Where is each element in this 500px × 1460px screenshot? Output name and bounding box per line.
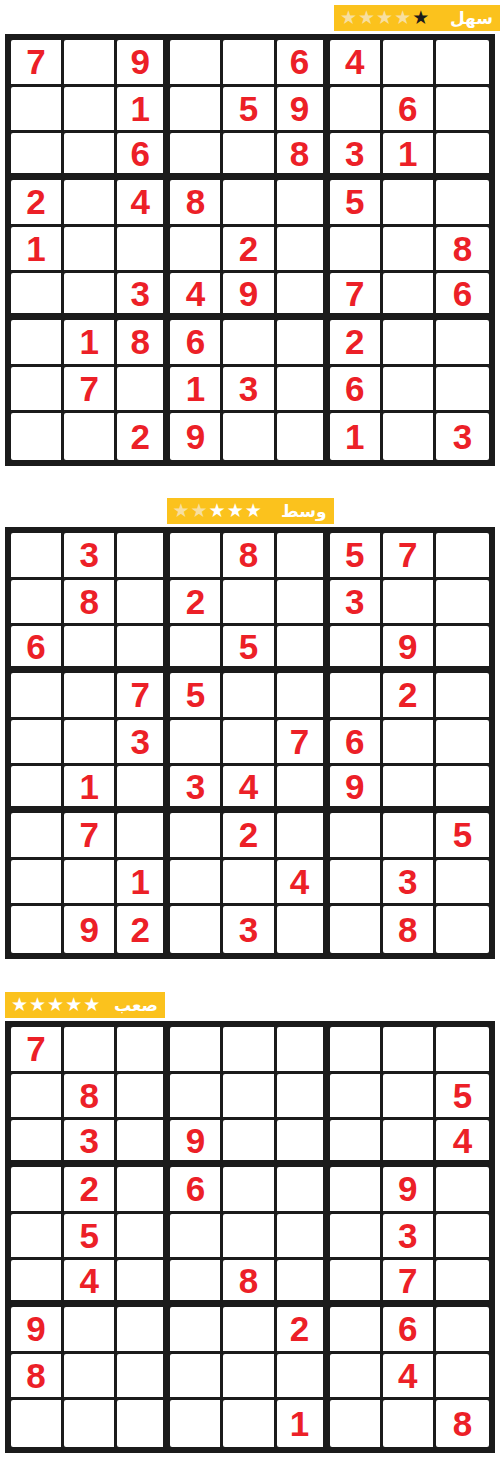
cell-r2c1[interactable]	[11, 580, 64, 627]
cell-r4c3[interactable]	[117, 1167, 170, 1214]
cell-r1c4[interactable]	[170, 1027, 223, 1074]
cell-r2c6[interactable]	[277, 580, 330, 627]
cell-r4c4: 5	[170, 673, 223, 720]
given-digit: 7	[131, 677, 150, 712]
cell-r2c1[interactable]	[11, 87, 64, 134]
cell-r2c4: 2	[170, 580, 223, 627]
cell-r5c4[interactable]	[170, 227, 223, 274]
given-digit: 9	[26, 1311, 45, 1346]
cell-r8c2[interactable]	[64, 860, 117, 907]
cell-r5c2[interactable]	[64, 720, 117, 767]
cell-r3c5[interactable]	[223, 1120, 276, 1167]
star-icon: ★	[376, 8, 393, 27]
given-digit: 5	[186, 677, 205, 712]
cell-r9c7[interactable]	[330, 906, 383, 953]
cell-r9c3: 2	[117, 413, 170, 460]
cell-r5c9: 8	[436, 227, 489, 274]
given-digit: 3	[398, 864, 417, 899]
cell-r3c4: 9	[170, 1120, 223, 1167]
cell-r8c4: 1	[170, 367, 223, 414]
cell-r8c7: 6	[330, 367, 383, 414]
given-digit: 2	[186, 584, 205, 619]
cell-r7c2[interactable]	[64, 1307, 117, 1354]
star-icon: ★	[47, 995, 64, 1014]
given-digit: 2	[398, 677, 417, 712]
cell-r9c9[interactable]	[436, 906, 489, 953]
given-digit: 9	[239, 276, 258, 311]
cell-r8c1[interactable]	[11, 367, 64, 414]
cell-r8c7[interactable]	[330, 860, 383, 907]
cell-r6c1[interactable]	[11, 273, 64, 320]
cell-r4c6[interactable]	[277, 673, 330, 720]
banner-row-easy: ★★★★★ سهل	[0, 5, 500, 31]
cell-r7c8[interactable]	[383, 320, 436, 367]
given-digit: 2	[26, 184, 45, 219]
cell-r1c3[interactable]	[117, 1027, 170, 1074]
cell-r9c6[interactable]	[277, 906, 330, 953]
cell-r9c1[interactable]	[11, 906, 64, 953]
cell-r3c7[interactable]	[330, 626, 383, 673]
cell-r6c9[interactable]	[436, 766, 489, 813]
cell-r5c5[interactable]	[223, 720, 276, 767]
cell-r2c2[interactable]	[64, 87, 117, 134]
cell-r4c6[interactable]	[277, 1167, 330, 1214]
cell-r3c6: 8	[277, 133, 330, 180]
sudoku-grid-hard: 785394269534879268418	[5, 1021, 495, 1453]
given-digit: 3	[345, 584, 364, 619]
cell-r9c9: 3	[436, 413, 489, 460]
cell-r9c8: 8	[383, 906, 436, 953]
cell-r4c5[interactable]	[223, 1167, 276, 1214]
cell-r9c8[interactable]	[383, 1400, 436, 1447]
cell-r3c1[interactable]	[11, 133, 64, 180]
cell-r7c9[interactable]	[436, 1307, 489, 1354]
given-digit: 8	[186, 184, 205, 219]
cell-r9c7: 1	[330, 413, 383, 460]
cell-r7c6[interactable]	[277, 813, 330, 860]
cell-r3c8[interactable]	[383, 1120, 436, 1167]
given-digit: 8	[131, 324, 150, 359]
cell-r4c1[interactable]	[11, 673, 64, 720]
cell-r8c3[interactable]	[117, 367, 170, 414]
given-digit: 2	[131, 419, 150, 454]
given-digit: 6	[398, 91, 417, 126]
cell-r6c6[interactable]	[277, 766, 330, 813]
cell-r5c7: 6	[330, 720, 383, 767]
cell-r2c5[interactable]	[223, 580, 276, 627]
cell-r1c7: 5	[330, 533, 383, 580]
cell-r8c5[interactable]	[223, 1354, 276, 1401]
cell-r3c3: 6	[117, 133, 170, 180]
given-digit: 3	[131, 724, 150, 759]
difficulty-banner-hard: ★★★★★ صعب	[5, 992, 165, 1018]
given-digit: 3	[186, 769, 205, 804]
given-digit: 9	[290, 91, 309, 126]
cell-r5c7[interactable]	[330, 1214, 383, 1261]
cell-r2c3[interactable]	[117, 580, 170, 627]
cell-r9c4[interactable]	[170, 906, 223, 953]
difficulty-stars-medium: ★★★★★	[173, 502, 262, 521]
cell-r2c9: 5	[436, 1074, 489, 1121]
given-digit: 7	[290, 724, 309, 759]
cell-r8c5: 3	[223, 367, 276, 414]
cell-r3c1[interactable]	[11, 1120, 64, 1167]
star-icon: ★	[11, 995, 28, 1014]
cell-r7c8[interactable]	[383, 813, 436, 860]
section-gap	[0, 959, 500, 992]
cell-r4c7[interactable]	[330, 1167, 383, 1214]
given-digit: 1	[290, 1406, 309, 1441]
cell-r9c1[interactable]	[11, 413, 64, 460]
star-icon: ★	[29, 995, 46, 1014]
cell-r9c3[interactable]	[117, 1400, 170, 1447]
cell-r1c9[interactable]	[436, 40, 489, 87]
cell-r2c7[interactable]	[330, 87, 383, 134]
cell-r4c6[interactable]	[277, 180, 330, 227]
puzzle-hard: ★★★★★ صعب 785394269534879268418	[0, 992, 500, 1453]
cell-r6c9: 6	[436, 273, 489, 320]
cell-r4c3: 7	[117, 673, 170, 720]
cell-r3c5: 5	[223, 626, 276, 673]
cell-r9c7[interactable]	[330, 1400, 383, 1447]
cell-r5c5[interactable]	[223, 1214, 276, 1261]
cell-r5c3[interactable]	[117, 227, 170, 274]
given-digit: 3	[79, 537, 98, 572]
cell-r8c8: 3	[383, 860, 436, 907]
cell-r2c4[interactable]	[170, 1074, 223, 1121]
cell-r5c8: 3	[383, 1214, 436, 1261]
cell-r7c4[interactable]	[170, 813, 223, 860]
cell-r2c9[interactable]	[436, 87, 489, 134]
cell-r6c4[interactable]	[170, 1260, 223, 1307]
cell-r1c6[interactable]	[277, 533, 330, 580]
given-digit: 6	[398, 1311, 417, 1346]
given-digit: 9	[79, 912, 98, 947]
star-icon: ★	[412, 8, 429, 27]
given-digit: 4	[398, 1358, 417, 1393]
given-digit: 3	[345, 136, 364, 171]
cell-r9c5[interactable]	[223, 413, 276, 460]
cell-r3c3[interactable]	[117, 1120, 170, 1167]
cell-r9c5: 3	[223, 906, 276, 953]
cell-r7c2: 1	[64, 320, 117, 367]
difficulty-stars-hard: ★★★★★	[11, 996, 100, 1015]
cell-r7c1[interactable]	[11, 813, 64, 860]
cell-r6c5: 4	[223, 766, 276, 813]
cell-r3c4[interactable]	[170, 626, 223, 673]
star-icon: ★	[209, 501, 226, 520]
cell-r1c1: 7	[11, 40, 64, 87]
cell-r6c4: 4	[170, 273, 223, 320]
cell-r9c4[interactable]	[170, 1400, 223, 1447]
cell-r6c7[interactable]	[330, 1260, 383, 1307]
cell-r3c2[interactable]	[64, 133, 117, 180]
given-digit: 8	[453, 1406, 472, 1441]
cell-r8c9[interactable]	[436, 860, 489, 907]
given-digit: 6	[345, 724, 364, 759]
cell-r3c2: 3	[64, 1120, 117, 1167]
difficulty-label-easy: سهل	[450, 10, 493, 27]
cell-r1c9[interactable]	[436, 533, 489, 580]
cell-r8c9[interactable]	[436, 367, 489, 414]
given-digit: 9	[131, 44, 150, 79]
given-digit: 5	[345, 184, 364, 219]
cell-r9c5[interactable]	[223, 1400, 276, 1447]
given-digit: 3	[239, 371, 258, 406]
cell-r8c6[interactable]	[277, 1354, 330, 1401]
cell-r1c8[interactable]	[383, 40, 436, 87]
cell-r6c1[interactable]	[11, 1260, 64, 1307]
given-digit: 5	[239, 629, 258, 664]
cell-r7c3[interactable]	[117, 1307, 170, 1354]
cell-r7c5[interactable]	[223, 320, 276, 367]
cell-r6c6[interactable]	[277, 1260, 330, 1307]
star-icon: ★	[394, 8, 411, 27]
cell-r8c1[interactable]	[11, 860, 64, 907]
given-digit: 9	[398, 1171, 417, 1206]
cell-r1c5[interactable]	[223, 40, 276, 87]
given-digit: 5	[453, 817, 472, 852]
cell-r4c8: 2	[383, 673, 436, 720]
cell-r3c6[interactable]	[277, 1120, 330, 1167]
given-digit: 8	[453, 231, 472, 266]
cell-r7c5: 2	[223, 813, 276, 860]
cell-r2c8[interactable]	[383, 580, 436, 627]
cell-r6c9[interactable]	[436, 1260, 489, 1307]
cell-r4c5[interactable]	[223, 180, 276, 227]
given-digit: 2	[345, 324, 364, 359]
cell-r8c2[interactable]	[64, 1354, 117, 1401]
banner-row-medium: ★★★★★ وسط	[0, 498, 500, 524]
cell-r5c7[interactable]	[330, 227, 383, 274]
cell-r6c3: 3	[117, 273, 170, 320]
cell-r9c2[interactable]	[64, 1400, 117, 1447]
given-digit: 4	[131, 184, 150, 219]
cell-r8c4[interactable]	[170, 1354, 223, 1401]
cell-r4c2[interactable]	[64, 180, 117, 227]
cell-r5c6: 7	[277, 720, 330, 767]
given-digit: 1	[345, 419, 364, 454]
cell-r1c8[interactable]	[383, 1027, 436, 1074]
cell-r3c9: 4	[436, 1120, 489, 1167]
cell-r8c3[interactable]	[117, 1354, 170, 1401]
cell-r6c2: 1	[64, 766, 117, 813]
cell-r9c2[interactable]	[64, 413, 117, 460]
given-digit: 8	[239, 1263, 258, 1298]
given-digit: 1	[131, 91, 150, 126]
cell-r5c2[interactable]	[64, 227, 117, 274]
cell-r6c3[interactable]	[117, 1260, 170, 1307]
cell-r5c3: 3	[117, 720, 170, 767]
cell-r4c2[interactable]	[64, 673, 117, 720]
cell-r2c7[interactable]	[330, 1074, 383, 1121]
cell-r3c3[interactable]	[117, 626, 170, 673]
cell-r1c4[interactable]	[170, 533, 223, 580]
cell-r9c8[interactable]	[383, 413, 436, 460]
given-digit: 5	[239, 91, 258, 126]
cell-r6c6[interactable]	[277, 273, 330, 320]
cell-r1c5[interactable]	[223, 1027, 276, 1074]
cell-r2c3[interactable]	[117, 1074, 170, 1121]
given-digit: 8	[79, 584, 98, 619]
cell-r7c1[interactable]	[11, 320, 64, 367]
cell-r5c4[interactable]	[170, 1214, 223, 1261]
given-digit: 1	[186, 371, 205, 406]
given-digit: 7	[345, 276, 364, 311]
cell-r7c3: 8	[117, 320, 170, 367]
cell-r4c1[interactable]	[11, 1167, 64, 1214]
cell-r7c9[interactable]	[436, 320, 489, 367]
cell-r7c7[interactable]	[330, 813, 383, 860]
cell-r3c1: 6	[11, 626, 64, 673]
cell-r7c4[interactable]	[170, 1307, 223, 1354]
cell-r2c9[interactable]	[436, 580, 489, 627]
cell-r4c8[interactable]	[383, 180, 436, 227]
cell-r5c1[interactable]	[11, 720, 64, 767]
cell-r7c2: 7	[64, 813, 117, 860]
cell-r3c9[interactable]	[436, 626, 489, 673]
cell-r7c6[interactable]	[277, 320, 330, 367]
cell-r7c5[interactable]	[223, 1307, 276, 1354]
cell-r3c6[interactable]	[277, 626, 330, 673]
given-digit: 5	[453, 1078, 472, 1113]
given-digit: 6	[290, 44, 309, 79]
cell-r4c9[interactable]	[436, 1167, 489, 1214]
cell-r5c8[interactable]	[383, 227, 436, 274]
cell-r3c9[interactable]	[436, 133, 489, 180]
star-icon: ★	[191, 501, 208, 520]
star-icon: ★	[83, 995, 100, 1014]
given-digit: 7	[398, 1263, 417, 1298]
cell-r9c6[interactable]	[277, 413, 330, 460]
cell-r4c7[interactable]	[330, 673, 383, 720]
cell-r5c6[interactable]	[277, 1214, 330, 1261]
cell-r7c9: 5	[436, 813, 489, 860]
cell-r5c2: 5	[64, 1214, 117, 1261]
cell-r3c4[interactable]	[170, 133, 223, 180]
given-digit: 8	[79, 1078, 98, 1113]
cell-r1c3[interactable]	[117, 533, 170, 580]
given-digit: 1	[398, 136, 417, 171]
cell-r5c6[interactable]	[277, 227, 330, 274]
cell-r5c9[interactable]	[436, 720, 489, 767]
cell-r8c1: 8	[11, 1354, 64, 1401]
cell-r8c5[interactable]	[223, 860, 276, 907]
given-digit: 6	[186, 324, 205, 359]
cell-r1c2[interactable]	[64, 1027, 117, 1074]
cell-r8c8: 4	[383, 1354, 436, 1401]
given-digit: 3	[453, 419, 472, 454]
cell-r3c8: 1	[383, 133, 436, 180]
given-digit: 2	[79, 1171, 98, 1206]
cell-r8c9[interactable]	[436, 1354, 489, 1401]
cell-r4c9[interactable]	[436, 673, 489, 720]
given-digit: 8	[26, 1358, 45, 1393]
given-digit: 9	[186, 419, 205, 454]
given-digit: 8	[290, 136, 309, 171]
cell-r6c4: 3	[170, 766, 223, 813]
given-digit: 9	[186, 1123, 205, 1158]
cell-r6c8: 7	[383, 1260, 436, 1307]
cell-r1c1[interactable]	[11, 533, 64, 580]
given-digit: 1	[26, 231, 45, 266]
cell-r7c6: 2	[277, 1307, 330, 1354]
given-digit: 4	[186, 276, 205, 311]
cell-r6c5: 9	[223, 273, 276, 320]
cell-r2c5[interactable]	[223, 1074, 276, 1121]
given-digit: 8	[398, 912, 417, 947]
cell-r7c7[interactable]	[330, 1307, 383, 1354]
cell-r3c8: 9	[383, 626, 436, 673]
cell-r7c3[interactable]	[117, 813, 170, 860]
cell-r3c5[interactable]	[223, 133, 276, 180]
cell-r1c9[interactable]	[436, 1027, 489, 1074]
cell-r2c1[interactable]	[11, 1074, 64, 1121]
given-digit: 6	[186, 1171, 205, 1206]
cell-r4c9[interactable]	[436, 180, 489, 227]
given-digit: 3	[79, 1123, 98, 1158]
cell-r4c5[interactable]	[223, 673, 276, 720]
given-digit: 4	[345, 44, 364, 79]
cell-r7c8: 6	[383, 1307, 436, 1354]
difficulty-label-hard: صعب	[114, 997, 158, 1014]
cell-r1c7[interactable]	[330, 1027, 383, 1074]
given-digit: 1	[131, 864, 150, 899]
cell-r2c8[interactable]	[383, 1074, 436, 1121]
cell-r6c1[interactable]	[11, 766, 64, 813]
cell-r5c5: 2	[223, 227, 276, 274]
cell-r6c8[interactable]	[383, 766, 436, 813]
cell-r1c6[interactable]	[277, 1027, 330, 1074]
given-digit: 7	[26, 44, 45, 79]
cell-r6c7: 7	[330, 273, 383, 320]
cell-r1c4[interactable]	[170, 40, 223, 87]
cell-r6c2[interactable]	[64, 273, 117, 320]
cell-r9c4: 9	[170, 413, 223, 460]
cell-r3c7[interactable]	[330, 1120, 383, 1167]
cell-r2c6[interactable]	[277, 1074, 330, 1121]
cell-r2c4[interactable]	[170, 87, 223, 134]
cell-r7c4: 6	[170, 320, 223, 367]
cell-r5c4[interactable]	[170, 720, 223, 767]
cell-r2c5: 5	[223, 87, 276, 134]
given-digit: 2	[131, 912, 150, 947]
cell-r8c6[interactable]	[277, 367, 330, 414]
cell-r1c5: 8	[223, 533, 276, 580]
cell-r1c2[interactable]	[64, 40, 117, 87]
cell-r6c8[interactable]	[383, 273, 436, 320]
cell-r5c1[interactable]	[11, 1214, 64, 1261]
cell-r9c1[interactable]	[11, 1400, 64, 1447]
cell-r3c2[interactable]	[64, 626, 117, 673]
given-digit: 5	[79, 1218, 98, 1253]
cell-r1c8: 7	[383, 533, 436, 580]
cell-r5c1: 1	[11, 227, 64, 274]
cell-r8c7[interactable]	[330, 1354, 383, 1401]
star-icon: ★	[65, 995, 82, 1014]
cell-r9c3: 2	[117, 906, 170, 953]
cell-r8c8[interactable]	[383, 367, 436, 414]
cell-r6c7: 9	[330, 766, 383, 813]
cell-r8c4[interactable]	[170, 860, 223, 907]
cell-r1c3: 9	[117, 40, 170, 87]
cell-r6c3[interactable]	[117, 766, 170, 813]
cell-r5c8[interactable]	[383, 720, 436, 767]
cell-r5c9[interactable]	[436, 1214, 489, 1261]
cell-r5c3[interactable]	[117, 1214, 170, 1261]
puzzle-easy: ★★★★★ سهل 796415966831248512834976186271…	[0, 5, 500, 466]
cell-r4c8: 9	[383, 1167, 436, 1214]
